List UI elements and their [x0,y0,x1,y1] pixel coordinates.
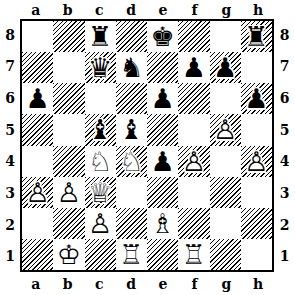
piece-glyph: ♟ [151,148,175,175]
rank-label-left-1: 1 [0,240,20,272]
rank-label-right-4: 4 [274,146,295,178]
square-c1[interactable] [85,239,116,270]
piece-white-knight-d4: ♞♘ [116,146,147,177]
piece-black-knight-d7: ♞♞ [116,52,147,83]
piece-glyph: ♝ [88,116,112,143]
piece-black-bishop-d5: ♝♝ [116,114,147,145]
square-a6[interactable]: ♟♟ [22,83,53,114]
piece-black-king-e8: ♚♚ [147,21,178,52]
square-c4[interactable]: ♞♘ [85,146,116,177]
square-g1[interactable] [210,239,241,270]
square-g3[interactable] [210,177,241,208]
piece-glyph: ♔ [57,241,81,268]
rank-label-left-7: 7 [0,51,20,83]
piece-black-rook-c8: ♜♜ [85,21,116,52]
piece-black-pawn-e6: ♟♟ [147,83,178,114]
square-a2[interactable] [22,208,53,239]
piece-white-pawn-c2: ♟♙ [85,208,116,239]
piece-glyph: ♘ [88,148,112,175]
square-f4[interactable]: ♟♙ [178,146,209,177]
square-e4[interactable]: ♟♟ [147,146,178,177]
square-b5[interactable] [53,114,84,145]
piece-glyph: ♞ [119,54,143,81]
piece-black-pawn-f7: ♟♟ [178,52,209,83]
square-h8[interactable]: ♜♜ [241,21,272,52]
rank-labels-left: 87654321 [0,19,20,272]
square-a4[interactable] [22,146,53,177]
file-label-top-c: c [84,0,116,19]
square-a7[interactable] [22,52,53,83]
file-label-bottom-b: b [52,272,84,295]
piece-glyph: ♗ [151,210,175,237]
chess-board: ♜♜♚♚♜♜♛♛♞♞♟♟♟♟♟♟♟♟♟♟♝♝♝♝♟♙♞♘♞♘♟♟♟♙♟♙♟♙♟♙… [20,19,274,272]
square-e3[interactable] [147,177,178,208]
piece-glyph: ♟ [182,54,206,81]
square-h5[interactable] [241,114,272,145]
piece-glyph: ♕ [88,179,112,206]
piece-glyph: ♝ [119,116,143,143]
square-f8[interactable] [178,21,209,52]
square-b2[interactable] [53,208,84,239]
file-label-bottom-d: d [115,272,147,295]
rank-label-left-2: 2 [0,209,20,241]
piece-white-knight-c4: ♞♘ [85,146,116,177]
square-h3[interactable] [241,177,272,208]
piece-glyph: ♟ [244,85,268,112]
piece-white-pawn-g5: ♟♙ [210,114,241,145]
square-c8[interactable]: ♜♜ [85,21,116,52]
square-b8[interactable] [53,21,84,52]
square-e7[interactable] [147,52,178,83]
piece-glyph: ♙ [182,148,206,175]
piece-black-pawn-h6: ♟♟ [241,83,272,114]
file-labels-top: abcdefgh [20,0,274,19]
piece-glyph: ♖ [119,241,143,268]
piece-white-rook-f1: ♜♖ [178,239,209,270]
piece-black-pawn-g7: ♟♟ [210,52,241,83]
file-label-bottom-f: f [179,272,211,295]
piece-white-pawn-f4: ♟♙ [178,146,209,177]
piece-glyph: ♚ [151,23,175,50]
square-g8[interactable] [210,21,241,52]
rank-label-left-3: 3 [0,177,20,209]
square-d7[interactable]: ♞♞ [116,52,147,83]
square-b4[interactable] [53,146,84,177]
square-f6[interactable] [178,83,209,114]
square-f5[interactable] [178,114,209,145]
file-label-top-a: a [20,0,52,19]
piece-white-queen-c3: ♛♕ [85,177,116,208]
piece-black-pawn-a6: ♟♟ [22,83,53,114]
square-b3[interactable]: ♟♙ [53,177,84,208]
rank-label-right-3: 3 [274,177,295,209]
piece-black-pawn-e4: ♟♟ [147,146,178,177]
piece-white-pawn-h4: ♟♙ [241,146,272,177]
square-g6[interactable] [210,83,241,114]
file-label-top-f: f [179,0,211,19]
rank-label-left-6: 6 [0,82,20,114]
square-c2[interactable]: ♟♙ [85,208,116,239]
piece-glyph: ♙ [88,210,112,237]
square-h2[interactable] [241,208,272,239]
file-label-bottom-g: g [211,272,243,295]
square-h7[interactable] [241,52,272,83]
square-e8[interactable]: ♚♚ [147,21,178,52]
square-e6[interactable]: ♟♟ [147,83,178,114]
rank-label-right-2: 2 [274,209,295,241]
square-d5[interactable]: ♝♝ [116,114,147,145]
rank-label-left-5: 5 [0,114,20,146]
file-label-bottom-a: a [20,272,52,295]
piece-glyph: ♛ [88,54,112,81]
square-b7[interactable] [53,52,84,83]
piece-white-pawn-a3: ♟♙ [22,177,53,208]
square-g2[interactable] [210,208,241,239]
square-f2[interactable] [178,208,209,239]
square-g7[interactable]: ♟♟ [210,52,241,83]
square-b1[interactable]: ♚♔ [53,239,84,270]
rank-label-right-1: 1 [274,240,295,272]
piece-glyph: ♟ [151,85,175,112]
file-label-top-b: b [52,0,84,19]
square-d3[interactable] [116,177,147,208]
rank-label-right-6: 6 [274,82,295,114]
piece-glyph: ♟ [213,54,237,81]
piece-white-rook-d1: ♜♖ [116,239,147,270]
piece-glyph: ♙ [244,148,268,175]
square-d2[interactable] [116,208,147,239]
piece-white-pawn-b3: ♟♙ [53,177,84,208]
file-label-top-e: e [147,0,179,19]
piece-black-queen-c7: ♛♛ [85,52,116,83]
square-a3[interactable]: ♟♙ [22,177,53,208]
rank-labels-right: 87654321 [274,19,295,272]
square-d1[interactable]: ♜♖ [116,239,147,270]
file-label-bottom-c: c [84,272,116,295]
rank-label-right-5: 5 [274,114,295,146]
rank-label-left-4: 4 [0,146,20,178]
square-a8[interactable] [22,21,53,52]
chess-diagram: abcdefgh 87654321 ♜♜♚♚♜♜♛♛♞♞♟♟♟♟♟♟♟♟♟♟♝♝… [0,0,295,295]
square-b6[interactable] [53,83,84,114]
square-e2[interactable]: ♝♗ [147,208,178,239]
file-labels-bottom: abcdefgh [20,272,274,295]
piece-glyph: ♙ [213,116,237,143]
rank-label-right-8: 8 [274,19,295,51]
piece-glyph: ♜ [244,23,268,50]
square-d8[interactable] [116,21,147,52]
square-c3[interactable]: ♛♕ [85,177,116,208]
square-g4[interactable] [210,146,241,177]
square-c6[interactable] [85,83,116,114]
square-h6[interactable]: ♟♟ [241,83,272,114]
square-h1[interactable] [241,239,272,270]
square-a1[interactable] [22,239,53,270]
piece-white-bishop-e2: ♝♗ [147,208,178,239]
piece-black-rook-h8: ♜♜ [241,21,272,52]
square-f1[interactable]: ♜♖ [178,239,209,270]
piece-glyph: ♟ [26,85,50,112]
piece-black-bishop-c5: ♝♝ [85,114,116,145]
piece-glyph: ♘ [119,148,143,175]
square-c5[interactable]: ♝♝ [85,114,116,145]
file-label-top-d: d [115,0,147,19]
rank-label-right-7: 7 [274,51,295,83]
piece-glyph: ♙ [26,179,50,206]
square-d4[interactable]: ♞♘ [116,146,147,177]
rank-label-left-8: 8 [0,19,20,51]
piece-glyph: ♖ [182,241,206,268]
square-d6[interactable] [116,83,147,114]
square-e1[interactable] [147,239,178,270]
file-label-top-g: g [211,0,243,19]
piece-glyph: ♜ [88,23,112,50]
square-h4[interactable]: ♟♙ [241,146,272,177]
square-c7[interactable]: ♛♛ [85,52,116,83]
square-a5[interactable] [22,114,53,145]
piece-white-king-b1: ♚♔ [53,239,84,270]
square-f3[interactable] [178,177,209,208]
square-g5[interactable]: ♟♙ [210,114,241,145]
file-label-bottom-e: e [147,272,179,295]
square-e5[interactable] [147,114,178,145]
square-f7[interactable]: ♟♟ [178,52,209,83]
file-label-top-h: h [242,0,274,19]
piece-glyph: ♙ [57,179,81,206]
file-label-bottom-h: h [242,272,274,295]
